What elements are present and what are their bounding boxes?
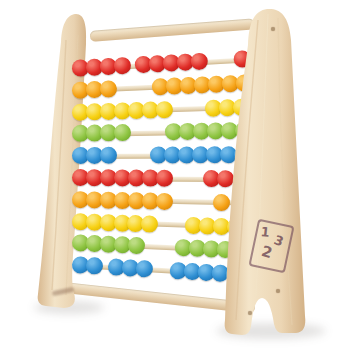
screw-top-right	[271, 27, 275, 31]
stamp-digit-3: 3	[272, 232, 286, 249]
product-photo-abacus: 1 2 3	[0, 0, 350, 350]
stamp-digit-1: 1	[260, 224, 271, 240]
right-post	[0, 0, 350, 350]
screw-right-lower	[276, 289, 280, 293]
screw-right-bottom	[248, 311, 252, 315]
